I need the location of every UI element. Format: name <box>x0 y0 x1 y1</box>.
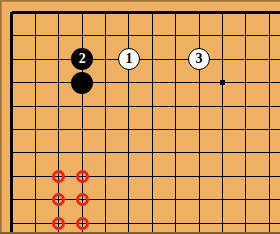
intersection-7-4 <box>141 71 164 94</box>
intersection-3-1 <box>47 1 70 24</box>
intersection-3-10 <box>47 211 70 234</box>
intersection-12-2 <box>258 24 280 47</box>
intersection-4-9 <box>70 188 93 211</box>
intersection-2-8 <box>24 165 47 188</box>
intersection-1-5 <box>0 94 23 117</box>
intersection-12-8 <box>258 165 280 188</box>
move-number: 1 <box>125 51 132 67</box>
intersection-8-8 <box>164 165 187 188</box>
intersection-11-4 <box>234 71 257 94</box>
intersection-2-7 <box>24 141 47 164</box>
intersection-7-10 <box>141 211 164 234</box>
intersection-1-6 <box>0 118 23 141</box>
intersection-7-3 <box>141 48 164 71</box>
intersection-7-5 <box>141 94 164 117</box>
intersection-8-3 <box>164 48 187 71</box>
intersection-3-3 <box>47 48 70 71</box>
intersection-8-4 <box>164 71 187 94</box>
intersection-9-10 <box>187 211 210 234</box>
red-circle-marker <box>52 193 65 206</box>
red-circle-marker <box>76 170 89 183</box>
intersection-12-10 <box>258 211 280 234</box>
move-number: 3 <box>196 51 203 67</box>
intersection-8-6 <box>164 118 187 141</box>
intersection-11-3 <box>234 48 257 71</box>
intersection-4-1 <box>70 1 93 24</box>
intersection-11-10 <box>234 211 257 234</box>
intersection-8-2 <box>164 24 187 47</box>
intersection-12-9 <box>258 188 280 211</box>
red-circle-marker <box>76 217 89 230</box>
intersection-2-4 <box>24 71 47 94</box>
intersection-6-5 <box>117 94 140 117</box>
intersection-4-7 <box>70 141 93 164</box>
intersection-5-3 <box>94 48 117 71</box>
intersection-6-4 <box>117 71 140 94</box>
intersection-3-2 <box>47 24 70 47</box>
go-diagram: 213 <box>0 0 280 234</box>
intersection-3-6 <box>47 118 70 141</box>
intersection-10-9 <box>211 188 234 211</box>
intersection-5-1 <box>94 1 117 24</box>
red-circle-marker <box>52 170 65 183</box>
intersection-10-4 <box>211 71 234 94</box>
intersection-9-6 <box>187 118 210 141</box>
intersection-11-9 <box>234 188 257 211</box>
intersection-11-1 <box>234 1 257 24</box>
intersection-8-1 <box>164 1 187 24</box>
intersection-5-8 <box>94 165 117 188</box>
intersection-3-7 <box>47 141 70 164</box>
intersection-12-7 <box>258 141 280 164</box>
intersection-6-7 <box>117 141 140 164</box>
intersection-7-7 <box>141 141 164 164</box>
intersection-1-3 <box>0 48 23 71</box>
intersection-6-2 <box>117 24 140 47</box>
intersection-9-2 <box>187 24 210 47</box>
intersection-9-3: 3 <box>187 48 210 71</box>
red-circle-marker <box>52 217 65 230</box>
go-board: 213 <box>0 1 280 234</box>
black-stone: 2 <box>71 48 93 70</box>
intersection-11-7 <box>234 141 257 164</box>
intersection-1-9 <box>0 188 23 211</box>
intersection-9-5 <box>187 94 210 117</box>
intersection-2-5 <box>24 94 47 117</box>
star-point <box>220 80 225 85</box>
intersection-4-4 <box>70 71 93 94</box>
intersection-7-6 <box>141 118 164 141</box>
move-number: 2 <box>79 51 86 67</box>
white-stone: 1 <box>118 48 140 70</box>
intersection-10-7 <box>211 141 234 164</box>
intersection-1-7 <box>0 141 23 164</box>
image-border-top <box>0 0 280 2</box>
intersection-7-9 <box>141 188 164 211</box>
intersection-3-4 <box>47 71 70 94</box>
intersection-5-5 <box>94 94 117 117</box>
intersection-5-9 <box>94 188 117 211</box>
intersection-2-1 <box>24 1 47 24</box>
intersection-10-2 <box>211 24 234 47</box>
intersection-6-10 <box>117 211 140 234</box>
intersection-3-8 <box>47 165 70 188</box>
intersection-10-10 <box>211 211 234 234</box>
intersection-8-10 <box>164 211 187 234</box>
intersection-7-8 <box>141 165 164 188</box>
intersection-9-4 <box>187 71 210 94</box>
intersection-1-10 <box>0 211 23 234</box>
intersection-12-6 <box>258 118 280 141</box>
intersection-5-2 <box>94 24 117 47</box>
intersection-4-3: 2 <box>70 48 93 71</box>
intersection-12-4 <box>258 71 280 94</box>
intersection-5-10 <box>94 211 117 234</box>
black-stone <box>71 72 93 94</box>
intersection-2-10 <box>24 211 47 234</box>
intersection-6-8 <box>117 165 140 188</box>
intersection-10-5 <box>211 94 234 117</box>
intersection-6-6 <box>117 118 140 141</box>
intersection-5-6 <box>94 118 117 141</box>
intersection-6-3: 1 <box>117 48 140 71</box>
intersection-3-5 <box>47 94 70 117</box>
white-stone: 3 <box>188 48 210 70</box>
intersection-9-7 <box>187 141 210 164</box>
intersection-7-2 <box>141 24 164 47</box>
intersection-1-8 <box>0 165 23 188</box>
intersection-8-7 <box>164 141 187 164</box>
intersection-8-5 <box>164 94 187 117</box>
intersection-2-6 <box>24 118 47 141</box>
intersection-9-1 <box>187 1 210 24</box>
intersection-12-3 <box>258 48 280 71</box>
intersection-4-8 <box>70 165 93 188</box>
intersection-9-9 <box>187 188 210 211</box>
intersection-10-3 <box>211 48 234 71</box>
intersection-11-5 <box>234 94 257 117</box>
intersection-2-9 <box>24 188 47 211</box>
intersection-1-2 <box>0 24 23 47</box>
intersection-1-4 <box>0 71 23 94</box>
intersection-10-1 <box>211 1 234 24</box>
intersection-5-4 <box>94 71 117 94</box>
intersection-12-5 <box>258 94 280 117</box>
red-circle-marker <box>76 193 89 206</box>
intersection-4-10 <box>70 211 93 234</box>
intersection-10-8 <box>211 165 234 188</box>
intersection-8-9 <box>164 188 187 211</box>
intersection-7-1 <box>141 1 164 24</box>
intersection-5-7 <box>94 141 117 164</box>
intersection-2-2 <box>24 24 47 47</box>
intersection-9-8 <box>187 165 210 188</box>
intersection-2-3 <box>24 48 47 71</box>
intersection-10-6 <box>211 118 234 141</box>
intersection-11-2 <box>234 24 257 47</box>
intersection-4-6 <box>70 118 93 141</box>
intersection-6-9 <box>117 188 140 211</box>
intersection-11-8 <box>234 165 257 188</box>
intersection-6-1 <box>117 1 140 24</box>
image-border-bottom <box>0 232 280 234</box>
image-border-left <box>0 0 2 234</box>
intersection-3-9 <box>47 188 70 211</box>
intersection-4-5 <box>70 94 93 117</box>
intersection-12-1 <box>258 1 280 24</box>
intersection-11-6 <box>234 118 257 141</box>
intersection-1-1 <box>0 1 23 24</box>
intersection-4-2 <box>70 24 93 47</box>
